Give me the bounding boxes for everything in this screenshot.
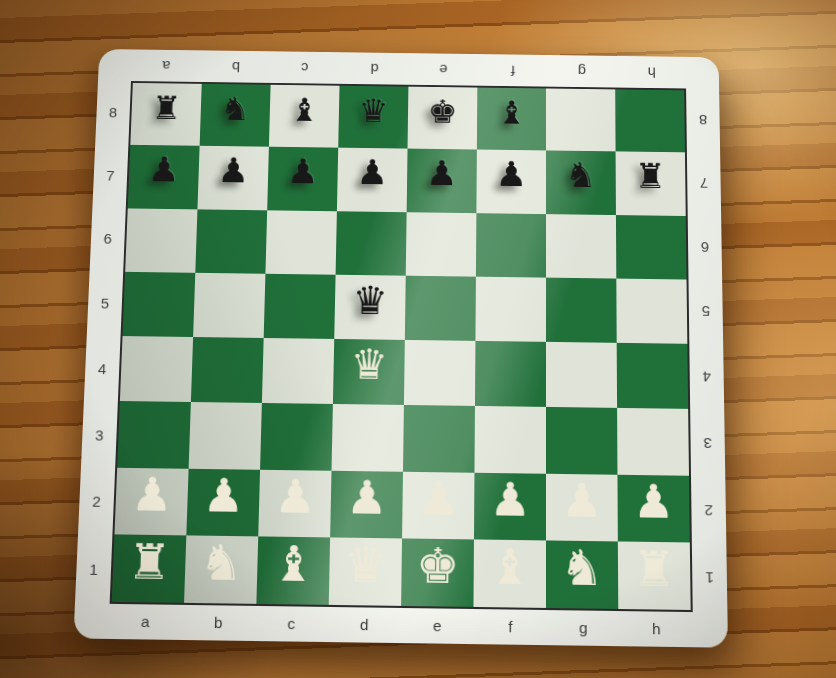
square-f3[interactable] xyxy=(474,406,546,473)
black-rook-a8[interactable]: ♜ xyxy=(151,92,182,124)
rank-label-right-7: 7 xyxy=(689,151,719,215)
file-label-bottom-c: c xyxy=(254,607,328,639)
black-knight-g7[interactable]: ♞ xyxy=(565,159,597,194)
square-c2[interactable]: ♟ xyxy=(258,469,331,537)
white-pawn-c2[interactable]: ♟ xyxy=(274,473,317,520)
wooden-floor-background: abcdefgh abcdefgh 12345678 12345678 ♜♞♝♛… xyxy=(0,0,836,678)
rank-label-left-7: 7 xyxy=(94,143,126,207)
square-d5[interactable]: ♛ xyxy=(334,274,406,339)
square-h8[interactable] xyxy=(615,89,685,152)
square-g5[interactable] xyxy=(546,277,617,342)
rank-labels-right: 12345678 xyxy=(688,89,725,613)
square-e4[interactable] xyxy=(404,340,476,406)
rank-label-left-5: 5 xyxy=(89,271,121,336)
white-pawn-a2[interactable]: ♟ xyxy=(130,471,173,518)
square-d1[interactable]: ♛ xyxy=(329,537,402,606)
square-g6[interactable] xyxy=(546,214,616,279)
square-h6[interactable] xyxy=(616,215,687,280)
square-e3[interactable] xyxy=(403,405,475,472)
square-c4[interactable] xyxy=(262,338,334,404)
square-e2[interactable]: ♟ xyxy=(402,471,474,539)
white-pawn-e2[interactable]: ♟ xyxy=(417,475,459,522)
square-f4[interactable] xyxy=(475,341,546,407)
white-knight-g1[interactable]: ♞ xyxy=(560,543,604,593)
white-pawn-f2[interactable]: ♟ xyxy=(489,476,531,523)
square-d7[interactable]: ♟ xyxy=(337,148,408,212)
white-pawn-b2[interactable]: ♟ xyxy=(202,472,245,519)
square-e7[interactable]: ♟ xyxy=(407,149,477,213)
square-f6[interactable] xyxy=(476,213,546,278)
rank-label-right-2: 2 xyxy=(693,476,724,544)
square-b5[interactable] xyxy=(193,273,265,338)
rank-label-right-8: 8 xyxy=(688,89,718,152)
square-h7[interactable]: ♜ xyxy=(616,152,686,216)
file-label-top-e: e xyxy=(408,56,478,85)
black-pawn-a7[interactable]: ♟ xyxy=(148,153,181,188)
file-label-top-f: f xyxy=(478,57,547,86)
square-d2[interactable]: ♟ xyxy=(330,470,403,538)
rank-label-right-4: 4 xyxy=(691,344,722,410)
white-pawn-d2[interactable]: ♟ xyxy=(346,474,388,521)
black-pawn-c7[interactable]: ♟ xyxy=(287,155,319,190)
square-g8[interactable] xyxy=(546,88,615,151)
rank-label-right-6: 6 xyxy=(690,215,720,280)
white-queen-d1[interactable]: ♛ xyxy=(343,540,388,590)
square-b8[interactable]: ♞ xyxy=(200,84,271,147)
white-rook-a1[interactable]: ♜ xyxy=(127,537,172,587)
square-c7[interactable]: ♟ xyxy=(267,147,338,211)
black-queen-d8[interactable]: ♛ xyxy=(358,94,388,126)
square-c6[interactable] xyxy=(265,210,336,275)
chess-board: ♜♞♝♛♚♝♟♟♟♟♟♟♞♜♛♛♟♟♟♟♟♟♟♟♜♞♝♛♚♝♞♜ xyxy=(112,83,691,610)
square-c8[interactable]: ♝ xyxy=(269,85,340,148)
rank-label-left-8: 8 xyxy=(97,81,129,144)
square-h3[interactable] xyxy=(617,408,689,475)
file-label-bottom-b: b xyxy=(181,606,255,638)
file-label-bottom-d: d xyxy=(328,608,402,640)
black-pawn-e7[interactable]: ♟ xyxy=(426,157,458,192)
rank-label-left-6: 6 xyxy=(92,207,124,272)
square-e8[interactable]: ♚ xyxy=(408,87,478,150)
file-label-bottom-e: e xyxy=(401,609,474,641)
square-e5[interactable] xyxy=(405,275,476,340)
file-label-top-d: d xyxy=(339,55,409,84)
square-f2[interactable]: ♟ xyxy=(474,472,546,540)
black-bishop-c8[interactable]: ♝ xyxy=(289,94,319,126)
square-a6[interactable] xyxy=(125,208,197,273)
white-bishop-f1[interactable]: ♝ xyxy=(488,542,532,592)
black-pawn-f7[interactable]: ♟ xyxy=(496,158,528,193)
rank-label-left-2: 2 xyxy=(80,468,113,536)
square-d4[interactable]: ♛ xyxy=(333,339,405,405)
square-f8[interactable]: ♝ xyxy=(477,88,546,151)
board-frame: ♜♞♝♛♚♝♟♟♟♟♟♟♞♜♛♛♟♟♟♟♟♟♟♟♜♞♝♛♚♝♞♜ xyxy=(110,81,693,612)
file-label-bottom-a: a xyxy=(108,605,182,637)
file-label-top-g: g xyxy=(547,58,616,87)
white-queen-d4[interactable]: ♛ xyxy=(350,344,388,386)
file-label-top-b: b xyxy=(200,53,270,82)
square-f7[interactable]: ♟ xyxy=(476,150,546,214)
square-c3[interactable] xyxy=(260,403,333,470)
black-pawn-d7[interactable]: ♟ xyxy=(356,156,388,191)
black-king-e8[interactable]: ♚ xyxy=(428,95,458,127)
black-rook-h7[interactable]: ♜ xyxy=(635,160,667,195)
square-g3[interactable] xyxy=(546,407,618,474)
square-a7[interactable]: ♟ xyxy=(128,145,200,209)
black-queen-d5[interactable]: ♛ xyxy=(352,281,388,320)
white-rook-h1[interactable]: ♜ xyxy=(632,544,676,594)
square-f5[interactable] xyxy=(475,276,546,341)
black-bishop-f8[interactable]: ♝ xyxy=(497,96,527,128)
rank-label-right-5: 5 xyxy=(690,279,721,344)
square-a3[interactable] xyxy=(117,401,191,468)
white-pawn-g2[interactable]: ♟ xyxy=(561,477,603,524)
file-label-top-a: a xyxy=(131,52,201,81)
square-g1[interactable]: ♞ xyxy=(546,540,618,609)
white-knight-b1[interactable]: ♞ xyxy=(199,538,244,588)
square-b1[interactable]: ♞ xyxy=(184,535,258,604)
black-pawn-b7[interactable]: ♟ xyxy=(217,154,250,189)
file-label-bottom-g: g xyxy=(547,611,620,643)
rank-label-right-1: 1 xyxy=(694,544,725,613)
white-pawn-h2[interactable]: ♟ xyxy=(632,478,674,525)
square-a8[interactable]: ♜ xyxy=(130,83,201,146)
square-g7[interactable]: ♞ xyxy=(546,151,616,215)
square-e6[interactable] xyxy=(406,212,477,277)
square-b7[interactable]: ♟ xyxy=(197,146,268,210)
square-e1[interactable]: ♚ xyxy=(401,538,474,607)
square-a4[interactable] xyxy=(120,336,193,402)
square-h5[interactable] xyxy=(616,278,687,343)
square-f1[interactable]: ♝ xyxy=(473,539,545,608)
square-a1[interactable]: ♜ xyxy=(112,534,187,603)
vinyl-chess-mat: abcdefgh abcdefgh 12345678 12345678 ♜♞♝♛… xyxy=(73,49,728,648)
square-b4[interactable] xyxy=(191,337,264,403)
square-b2[interactable]: ♟ xyxy=(186,468,260,536)
square-d8[interactable]: ♛ xyxy=(338,86,408,149)
file-label-bottom-f: f xyxy=(474,610,547,642)
square-h1[interactable]: ♜ xyxy=(618,541,691,610)
square-b6[interactable] xyxy=(195,209,267,274)
square-g2[interactable]: ♟ xyxy=(546,473,618,541)
black-knight-b8[interactable]: ♞ xyxy=(220,93,251,125)
square-h4[interactable] xyxy=(617,343,688,409)
square-a2[interactable]: ♟ xyxy=(114,467,188,535)
file-label-top-c: c xyxy=(270,54,340,83)
rank-label-left-1: 1 xyxy=(77,535,110,604)
square-g4[interactable] xyxy=(546,342,617,408)
square-d6[interactable] xyxy=(336,211,407,276)
rank-label-left-4: 4 xyxy=(86,336,119,402)
square-a5[interactable] xyxy=(123,272,196,337)
file-label-bottom-h: h xyxy=(620,612,693,644)
white-bishop-c1[interactable]: ♝ xyxy=(271,539,316,589)
square-h2[interactable]: ♟ xyxy=(617,474,689,542)
square-c5[interactable] xyxy=(264,274,336,339)
square-c1[interactable]: ♝ xyxy=(256,536,330,605)
rank-label-left-3: 3 xyxy=(83,401,116,468)
square-b3[interactable] xyxy=(189,402,262,469)
white-king-e1[interactable]: ♚ xyxy=(416,541,460,591)
rank-label-right-3: 3 xyxy=(692,410,723,477)
file-label-top-h: h xyxy=(616,59,686,88)
square-d3[interactable] xyxy=(332,404,404,471)
